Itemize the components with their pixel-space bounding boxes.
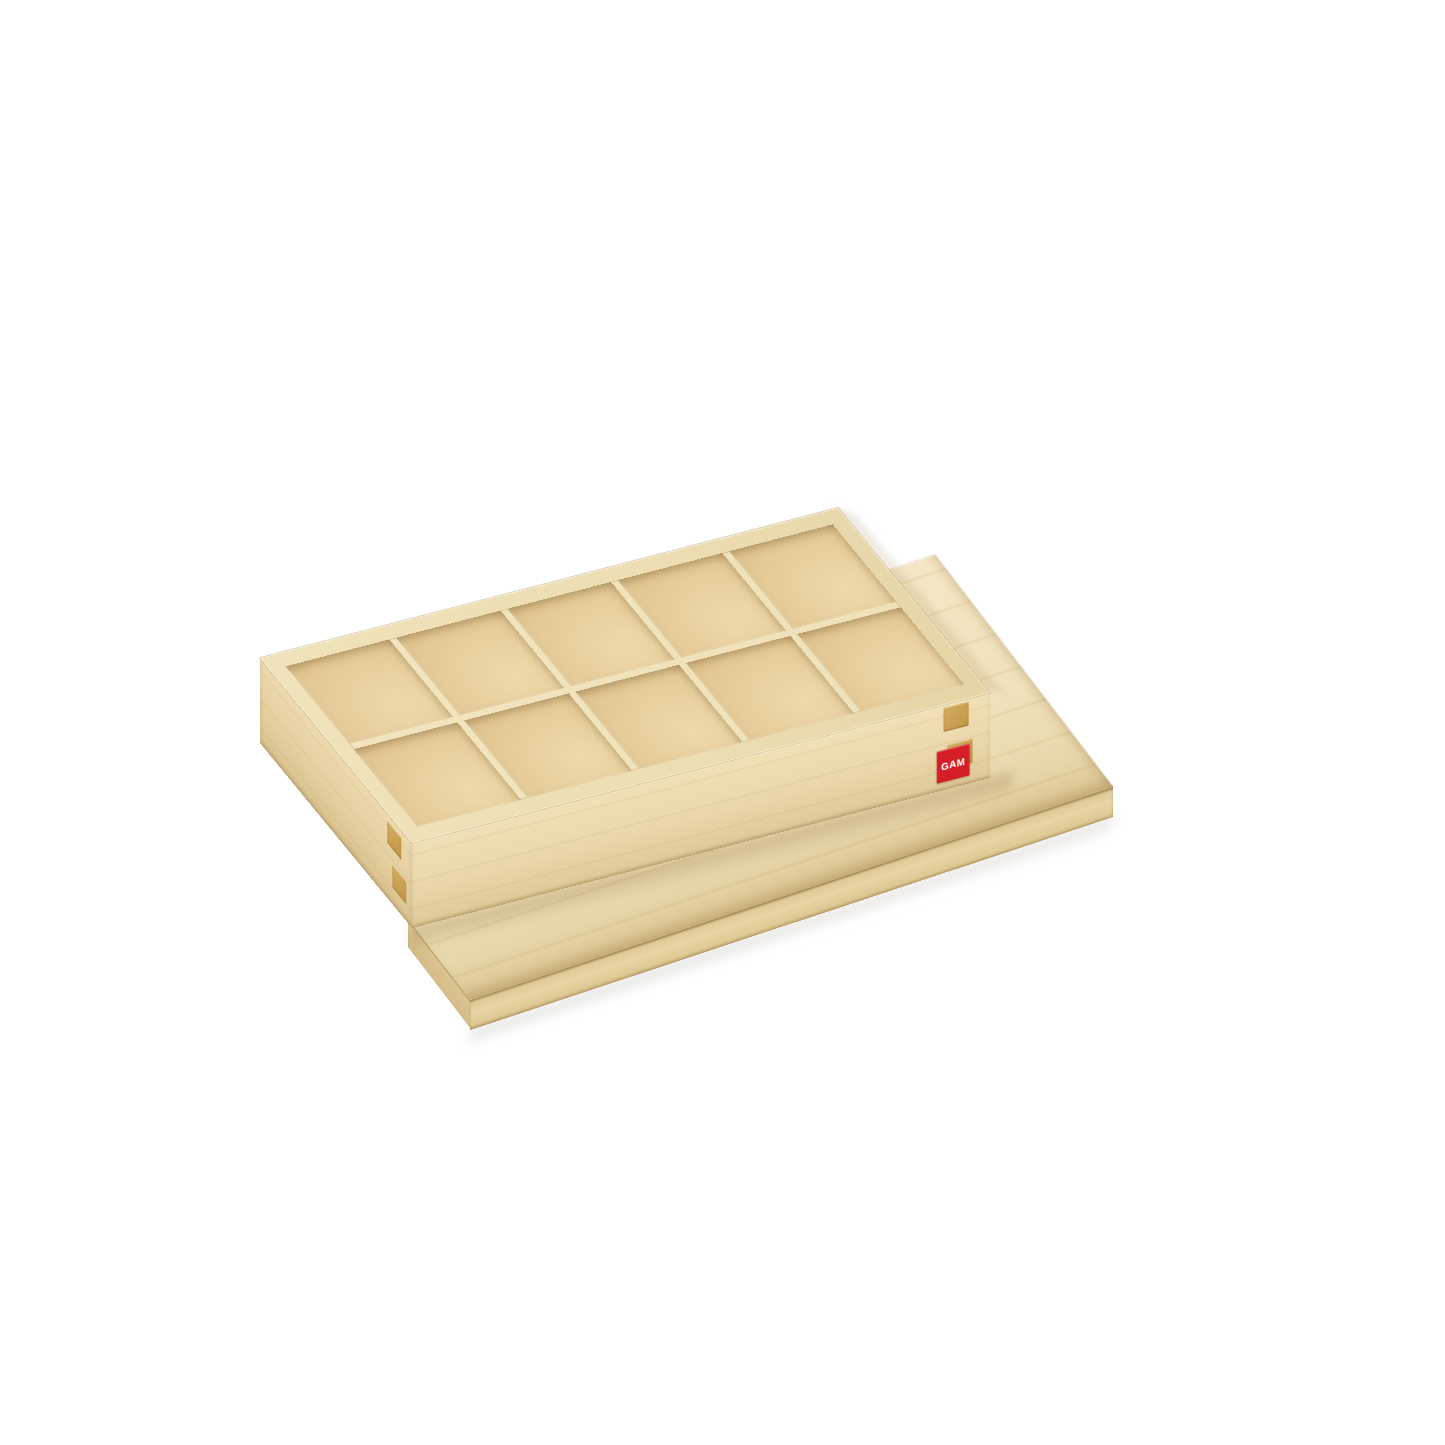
finger-joint [944, 702, 969, 733]
finger-joint [392, 865, 406, 904]
product-photo: GAM [0, 0, 1445, 1445]
brand-label: GAM [937, 743, 970, 784]
